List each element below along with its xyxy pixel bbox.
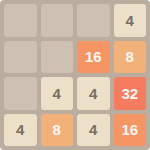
cell-empty-r3c1 (4, 77, 37, 110)
tile-4-r3c3: 4 (77, 77, 110, 110)
tile-4-r1c4: 4 (114, 4, 147, 37)
tile-16-r2c3: 16 (77, 41, 110, 74)
cell-empty-r2c2 (41, 41, 74, 74)
tile-4-r4c1: 4 (4, 114, 37, 147)
tile-4-r3c2: 4 (41, 77, 74, 110)
cell-empty-r1c2 (41, 4, 74, 37)
tile-32-r3c4: 32 (114, 77, 147, 110)
tile-4-r4c3: 4 (77, 114, 110, 147)
board-2048[interactable]: 4168443248416 (0, 0, 150, 150)
cell-empty-r1c3 (77, 4, 110, 37)
cell-empty-r2c1 (4, 41, 37, 74)
tile-8-r2c4: 8 (114, 41, 147, 74)
tile-8-r4c2: 8 (41, 114, 74, 147)
cell-empty-r1c1 (4, 4, 37, 37)
tile-16-r4c4: 16 (114, 114, 147, 147)
